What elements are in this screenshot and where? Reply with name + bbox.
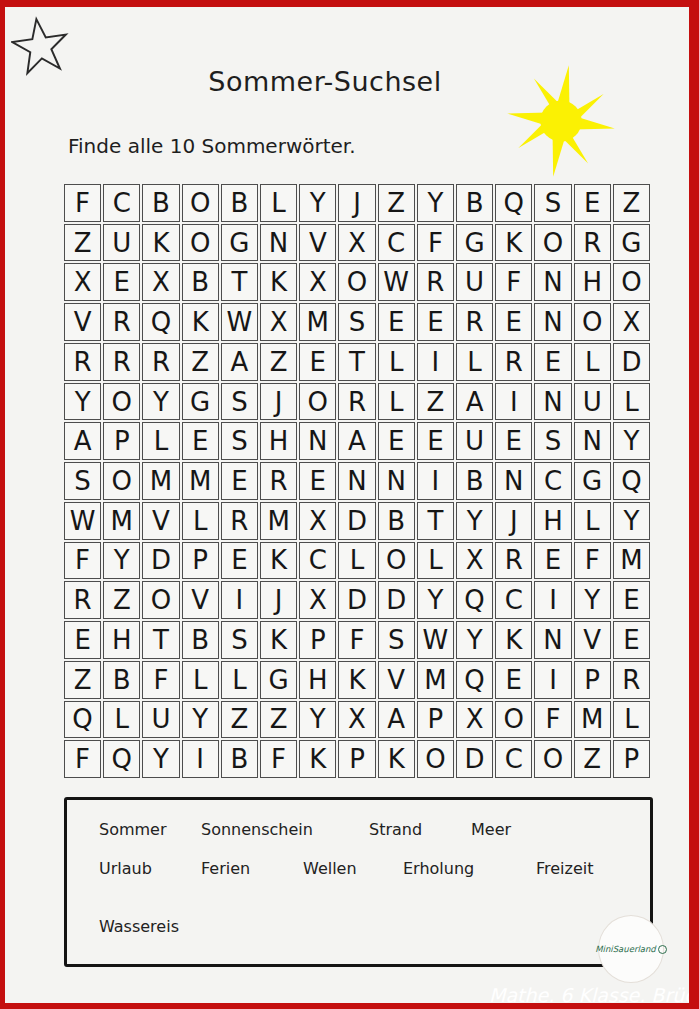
grid-cell[interactable]: L bbox=[221, 661, 258, 699]
grid-cell[interactable]: O bbox=[534, 740, 571, 778]
grid-cell[interactable]: Z bbox=[378, 184, 415, 222]
grid-cell[interactable]: E bbox=[299, 462, 336, 500]
star-icon bbox=[11, 14, 69, 76]
grid-cell[interactable]: Z bbox=[260, 343, 297, 381]
grid-cell[interactable]: X bbox=[613, 303, 650, 341]
grid-cell[interactable]: Y bbox=[574, 581, 611, 619]
grid-cell[interactable]: E bbox=[378, 303, 415, 341]
grid-cell[interactable]: H bbox=[260, 422, 297, 460]
grid-cell[interactable]: Y bbox=[417, 581, 454, 619]
grid-cell[interactable]: H bbox=[103, 621, 140, 659]
grid-cell[interactable]: T bbox=[142, 621, 179, 659]
magnifier-icon bbox=[658, 945, 667, 954]
word-bank-item: Wassereis bbox=[99, 917, 179, 936]
grid-cell[interactable]: L bbox=[338, 542, 375, 580]
grid-cell[interactable]: N bbox=[574, 422, 611, 460]
grid-cell[interactable]: Y bbox=[299, 184, 336, 222]
grid-cell[interactable]: Z bbox=[64, 661, 101, 699]
grid-cell[interactable]: I bbox=[534, 661, 571, 699]
grid-cell[interactable]: T bbox=[221, 263, 258, 301]
grid-cell[interactable]: F bbox=[64, 184, 101, 222]
grid-cell[interactable]: G bbox=[574, 462, 611, 500]
grid-cell[interactable]: W bbox=[378, 263, 415, 301]
grid-cell[interactable]: L bbox=[182, 502, 219, 540]
grid-cell[interactable]: F bbox=[574, 542, 611, 580]
grid-cell[interactable]: T bbox=[338, 343, 375, 381]
grid-cell[interactable]: R bbox=[260, 462, 297, 500]
grid-cell[interactable]: F bbox=[495, 263, 532, 301]
grid-cell[interactable]: K bbox=[182, 303, 219, 341]
grid-cell[interactable]: K bbox=[260, 621, 297, 659]
grid-cell[interactable]: R bbox=[495, 343, 532, 381]
grid-cell[interactable]: O bbox=[574, 303, 611, 341]
grid-cell[interactable]: N bbox=[534, 303, 571, 341]
grid-cell[interactable]: G bbox=[221, 224, 258, 262]
grid-cell[interactable]: X bbox=[456, 701, 493, 739]
grid-cell[interactable]: M bbox=[613, 542, 650, 580]
grid-cell[interactable]: G bbox=[260, 661, 297, 699]
grid-cell[interactable]: E bbox=[613, 621, 650, 659]
grid-cell[interactable]: U bbox=[456, 422, 493, 460]
grid-cell[interactable]: K bbox=[142, 224, 179, 262]
grid-cell[interactable]: Q bbox=[456, 581, 493, 619]
grid-cell[interactable]: N bbox=[534, 621, 571, 659]
grid-cell[interactable]: H bbox=[534, 502, 571, 540]
grid-cell[interactable]: N bbox=[260, 224, 297, 262]
grid-cell[interactable]: C bbox=[495, 740, 532, 778]
grid-cell[interactable]: Y bbox=[456, 502, 493, 540]
grid-cell[interactable]: P bbox=[182, 542, 219, 580]
grid-cell[interactable]: I bbox=[182, 740, 219, 778]
grid-cell[interactable]: R bbox=[103, 343, 140, 381]
grid-cell[interactable]: E bbox=[534, 542, 571, 580]
grid-cell[interactable]: B bbox=[182, 263, 219, 301]
grid-cell[interactable]: S bbox=[64, 462, 101, 500]
grid-cell[interactable]: A bbox=[64, 422, 101, 460]
grid-cell[interactable]: B bbox=[103, 661, 140, 699]
grid-cell[interactable]: S bbox=[534, 422, 571, 460]
grid-cell[interactable]: P bbox=[574, 661, 611, 699]
word-bank-item: Wellen bbox=[303, 859, 357, 878]
grid-cell[interactable]: D bbox=[378, 581, 415, 619]
grid-cell[interactable]: L bbox=[103, 701, 140, 739]
grid-cell[interactable]: S bbox=[534, 184, 571, 222]
grid-cell[interactable]: A bbox=[338, 422, 375, 460]
grid-cell[interactable]: U bbox=[142, 701, 179, 739]
grid-cell[interactable]: P bbox=[417, 701, 454, 739]
grid-cell[interactable]: D bbox=[338, 502, 375, 540]
grid-cell[interactable]: Z bbox=[613, 184, 650, 222]
grid-cell[interactable]: Z bbox=[417, 383, 454, 421]
grid-cell[interactable]: R bbox=[417, 263, 454, 301]
grid-cell[interactable]: O bbox=[534, 224, 571, 262]
grid-cell[interactable]: Z bbox=[182, 343, 219, 381]
watermark-text: Mathe. 6 Klasse. Brüche. Arbeitsblätter bbox=[489, 984, 699, 1006]
grid-cell[interactable]: L bbox=[613, 701, 650, 739]
grid-cell[interactable]: E bbox=[299, 343, 336, 381]
grid-cell[interactable]: J bbox=[260, 383, 297, 421]
grid-cell[interactable]: L bbox=[378, 343, 415, 381]
grid-cell[interactable]: P bbox=[103, 422, 140, 460]
grid-cell[interactable]: Y bbox=[142, 740, 179, 778]
grid-cell[interactable]: E bbox=[534, 343, 571, 381]
grid-cell[interactable]: Y bbox=[613, 422, 650, 460]
word-bank-item: Meer bbox=[471, 820, 511, 839]
word-bank-item: Ferien bbox=[201, 859, 250, 878]
grid-cell[interactable]: B bbox=[456, 462, 493, 500]
grid-cell[interactable]: O bbox=[613, 263, 650, 301]
word-bank-item: Urlaub bbox=[99, 859, 152, 878]
grid-cell[interactable]: F bbox=[260, 740, 297, 778]
grid-cell[interactable]: Y bbox=[417, 184, 454, 222]
grid-cell[interactable]: X bbox=[142, 263, 179, 301]
grid-cell[interactable]: X bbox=[338, 701, 375, 739]
grid-cell[interactable]: L bbox=[260, 184, 297, 222]
grid-cell[interactable]: L bbox=[574, 502, 611, 540]
grid-cell[interactable]: I bbox=[417, 462, 454, 500]
grid-cell[interactable]: W bbox=[64, 502, 101, 540]
grid-cell[interactable]: C bbox=[495, 581, 532, 619]
grid-cell[interactable]: L bbox=[574, 343, 611, 381]
grid-cell[interactable]: L bbox=[182, 661, 219, 699]
grid-cell[interactable]: P bbox=[299, 621, 336, 659]
grid-cell[interactable]: V bbox=[378, 661, 415, 699]
grid-cell[interactable]: Q bbox=[64, 701, 101, 739]
grid-cell[interactable]: O bbox=[103, 383, 140, 421]
grid-cell[interactable]: Q bbox=[613, 462, 650, 500]
grid-cell[interactable]: R bbox=[338, 383, 375, 421]
grid-cell[interactable]: Z bbox=[260, 701, 297, 739]
grid-cell[interactable]: Y bbox=[142, 383, 179, 421]
grid-cell[interactable]: B bbox=[456, 184, 493, 222]
grid-cell[interactable]: R bbox=[64, 343, 101, 381]
grid-cell[interactable]: R bbox=[103, 303, 140, 341]
publisher-logo-text: MiniSauerland bbox=[595, 944, 656, 954]
grid-cell[interactable]: V bbox=[574, 621, 611, 659]
grid-cell[interactable]: X bbox=[456, 542, 493, 580]
instruction-text: Finde alle 10 Sommerwörter. bbox=[68, 134, 356, 158]
grid-cell[interactable]: L bbox=[142, 422, 179, 460]
grid-cell[interactable]: V bbox=[64, 303, 101, 341]
grid-cell[interactable]: D bbox=[456, 740, 493, 778]
grid-cell[interactable]: H bbox=[574, 263, 611, 301]
grid-cell[interactable]: D bbox=[338, 581, 375, 619]
grid-cell[interactable]: E bbox=[613, 581, 650, 619]
grid-cell[interactable]: E bbox=[574, 184, 611, 222]
grid-cell[interactable]: Y bbox=[64, 383, 101, 421]
grid-cell[interactable]: I bbox=[417, 343, 454, 381]
grid-cell[interactable]: E bbox=[64, 621, 101, 659]
grid-cell[interactable]: R bbox=[142, 343, 179, 381]
grid-cell[interactable]: M bbox=[142, 462, 179, 500]
sun-icon bbox=[501, 62, 621, 180]
grid-cell[interactable]: B bbox=[221, 740, 258, 778]
grid-cell[interactable]: P bbox=[613, 740, 650, 778]
grid-cell[interactable]: L bbox=[417, 542, 454, 580]
grid-cell[interactable]: R bbox=[221, 502, 258, 540]
grid-cell[interactable]: W bbox=[221, 303, 258, 341]
grid-cell[interactable]: O bbox=[299, 383, 336, 421]
grid-cell[interactable]: S bbox=[378, 621, 415, 659]
grid-cell[interactable]: E bbox=[495, 422, 532, 460]
grid-cell[interactable]: L bbox=[613, 383, 650, 421]
grid-cell[interactable]: N bbox=[299, 422, 336, 460]
grid-cell[interactable]: N bbox=[534, 383, 571, 421]
grid-cell[interactable]: S bbox=[221, 383, 258, 421]
grid-cell[interactable]: T bbox=[417, 502, 454, 540]
grid-cell[interactable]: E bbox=[103, 263, 140, 301]
grid-cell[interactable]: I bbox=[221, 581, 258, 619]
grid-cell[interactable]: O bbox=[142, 581, 179, 619]
word-bank-item: Erholung bbox=[403, 859, 474, 878]
grid-cell[interactable]: F bbox=[64, 542, 101, 580]
grid-cell[interactable]: X bbox=[64, 263, 101, 301]
grid-cell[interactable]: J bbox=[495, 502, 532, 540]
grid-cell[interactable]: E bbox=[417, 422, 454, 460]
grid-cell[interactable]: C bbox=[378, 224, 415, 262]
grid-cell[interactable]: U bbox=[574, 383, 611, 421]
grid-cell[interactable]: Q bbox=[495, 184, 532, 222]
grid-cell[interactable]: X bbox=[299, 502, 336, 540]
worksheet-page: Sommer-Suchsel Finde alle 10 Sommerwörte… bbox=[0, 0, 699, 1009]
grid-cell[interactable]: G bbox=[613, 224, 650, 262]
grid-cell[interactable]: B bbox=[142, 184, 179, 222]
grid-cell[interactable]: X bbox=[299, 263, 336, 301]
grid-cell[interactable]: M bbox=[299, 303, 336, 341]
grid-cell[interactable]: M bbox=[103, 502, 140, 540]
grid-cell[interactable]: O bbox=[182, 184, 219, 222]
grid-cell[interactable]: O bbox=[417, 740, 454, 778]
word-bank: Sommer Sonnenschein Strand Meer Urlaub F… bbox=[64, 797, 653, 967]
grid-cell[interactable]: O bbox=[182, 224, 219, 262]
word-bank-item: Freizeit bbox=[536, 859, 594, 878]
grid-cell[interactable]: M bbox=[260, 502, 297, 540]
grid-cell[interactable]: S bbox=[221, 422, 258, 460]
grid-cell[interactable]: Y bbox=[103, 542, 140, 580]
word-bank-item: Sommer bbox=[99, 820, 167, 839]
grid-cell[interactable]: E bbox=[495, 661, 532, 699]
grid-cell[interactable]: Z bbox=[574, 740, 611, 778]
grid-cell[interactable]: Q bbox=[142, 303, 179, 341]
grid-cell[interactable]: J bbox=[338, 184, 375, 222]
grid-cell[interactable]: P bbox=[338, 740, 375, 778]
grid-cell[interactable]: R bbox=[64, 581, 101, 619]
grid-cell[interactable]: B bbox=[182, 621, 219, 659]
grid-cell[interactable]: S bbox=[221, 621, 258, 659]
grid-cell[interactable]: Y bbox=[613, 502, 650, 540]
grid-cell[interactable]: Q bbox=[456, 661, 493, 699]
grid-cell[interactable]: A bbox=[456, 383, 493, 421]
grid-cell[interactable]: M bbox=[574, 701, 611, 739]
grid-cell[interactable]: N bbox=[534, 263, 571, 301]
grid-cell[interactable]: C bbox=[299, 542, 336, 580]
grid-cell[interactable]: V bbox=[182, 581, 219, 619]
grid-cell[interactable]: B bbox=[378, 502, 415, 540]
grid-cell[interactable]: R bbox=[495, 542, 532, 580]
grid-cell[interactable]: O bbox=[495, 701, 532, 739]
grid-cell[interactable]: E bbox=[221, 542, 258, 580]
grid-cell[interactable]: R bbox=[574, 224, 611, 262]
grid-cell[interactable]: E bbox=[378, 422, 415, 460]
grid-cell[interactable]: G bbox=[456, 224, 493, 262]
grid-cell[interactable]: K bbox=[260, 542, 297, 580]
grid-cell[interactable]: A bbox=[378, 701, 415, 739]
grid-cell[interactable]: L bbox=[378, 383, 415, 421]
grid-cell[interactable]: D bbox=[613, 343, 650, 381]
grid-cell[interactable]: Z bbox=[64, 224, 101, 262]
grid-cell[interactable]: O bbox=[338, 263, 375, 301]
grid-cell[interactable]: E bbox=[221, 462, 258, 500]
grid-cell[interactable]: K bbox=[260, 263, 297, 301]
grid-cell[interactable]: K bbox=[495, 621, 532, 659]
grid-cell[interactable]: U bbox=[456, 263, 493, 301]
grid-cell[interactable]: F bbox=[338, 621, 375, 659]
grid-cell[interactable]: D bbox=[142, 542, 179, 580]
word-search-grid: FCBOBLYJZYBQSEZZUKOGNVXCFGKORGXEXBTKXOWR… bbox=[64, 184, 650, 778]
grid-cell[interactable]: F bbox=[417, 224, 454, 262]
grid-cell[interactable]: I bbox=[495, 383, 532, 421]
word-bank-item: Strand bbox=[369, 820, 422, 839]
grid-cell[interactable]: K bbox=[299, 740, 336, 778]
grid-cell[interactable]: F bbox=[142, 661, 179, 699]
grid-cell[interactable]: O bbox=[103, 462, 140, 500]
grid-cell[interactable]: G bbox=[182, 383, 219, 421]
grid-cell[interactable]: U bbox=[103, 224, 140, 262]
grid-cell[interactable]: V bbox=[142, 502, 179, 540]
grid-cell[interactable]: E bbox=[182, 422, 219, 460]
grid-cell[interactable]: A bbox=[221, 343, 258, 381]
grid-cell[interactable]: R bbox=[613, 661, 650, 699]
grid-cell[interactable]: B bbox=[221, 184, 258, 222]
grid-cell[interactable]: Z bbox=[103, 581, 140, 619]
grid-cell[interactable]: K bbox=[378, 740, 415, 778]
grid-cell[interactable]: V bbox=[299, 224, 336, 262]
grid-cell[interactable]: J bbox=[260, 581, 297, 619]
grid-cell[interactable]: K bbox=[495, 224, 532, 262]
grid-cell[interactable]: Y bbox=[299, 701, 336, 739]
word-bank-item: Sonnenschein bbox=[201, 820, 313, 839]
grid-cell[interactable]: R bbox=[456, 303, 493, 341]
grid-cell[interactable]: I bbox=[534, 581, 571, 619]
grid-cell[interactable]: S bbox=[338, 303, 375, 341]
grid-cell[interactable]: F bbox=[534, 701, 571, 739]
grid-cell[interactable]: H bbox=[299, 661, 336, 699]
grid-cell[interactable]: W bbox=[417, 621, 454, 659]
grid-cell[interactable]: M bbox=[417, 661, 454, 699]
grid-cell[interactable]: M bbox=[182, 462, 219, 500]
grid-cell[interactable]: K bbox=[338, 661, 375, 699]
publisher-logo-badge: MiniSauerland bbox=[598, 915, 664, 983]
grid-cell[interactable]: X bbox=[338, 224, 375, 262]
grid-cell[interactable]: Z bbox=[221, 701, 258, 739]
grid-cell[interactable]: C bbox=[103, 184, 140, 222]
grid-cell[interactable]: Q bbox=[103, 740, 140, 778]
grid-cell[interactable]: X bbox=[260, 303, 297, 341]
grid-cell[interactable]: N bbox=[338, 462, 375, 500]
grid-cell[interactable]: X bbox=[299, 581, 336, 619]
grid-cell[interactable]: E bbox=[495, 303, 532, 341]
grid-cell[interactable]: Y bbox=[182, 701, 219, 739]
grid-cell[interactable]: O bbox=[378, 542, 415, 580]
grid-cell[interactable]: C bbox=[534, 462, 571, 500]
grid-cell[interactable]: N bbox=[378, 462, 415, 500]
grid-cell[interactable]: Y bbox=[456, 621, 493, 659]
grid-cell[interactable]: F bbox=[64, 740, 101, 778]
grid-cell[interactable]: N bbox=[495, 462, 532, 500]
grid-cell[interactable]: E bbox=[417, 303, 454, 341]
grid-cell[interactable]: L bbox=[456, 343, 493, 381]
